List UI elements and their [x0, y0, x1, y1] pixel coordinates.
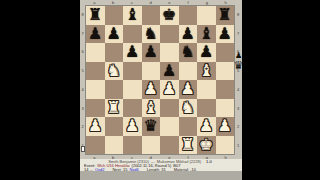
square-f4[interactable]: ♟ — [179, 80, 198, 99]
square-a3[interactable] — [86, 99, 105, 118]
square-a1[interactable] — [86, 136, 105, 155]
piece-white-pawn: ♟ — [162, 81, 176, 97]
square-f5[interactable] — [179, 62, 198, 81]
square-d3[interactable]: ♝ — [142, 99, 161, 118]
captured-queen-icon: ♛ — [234, 60, 244, 71]
square-d5[interactable] — [142, 62, 161, 81]
piece-black-pawn: ♟ — [162, 63, 176, 79]
square-e6[interactable] — [160, 43, 179, 62]
square-a8[interactable]: ♜ — [86, 6, 105, 25]
square-g5[interactable]: ♝ — [197, 62, 216, 81]
square-c5[interactable] — [123, 62, 142, 81]
square-g1[interactable]: ♚ — [197, 136, 216, 155]
square-c2[interactable]: ♟ — [123, 117, 142, 136]
rank-label-2: 2 — [236, 118, 241, 137]
rank-label-8: 8 — [236, 5, 241, 24]
piece-white-rook: ♜ — [181, 137, 195, 153]
piece-black-knight: ♞ — [181, 44, 195, 60]
square-b1[interactable] — [105, 136, 124, 155]
square-h2[interactable]: ♟ — [216, 117, 235, 136]
square-e2[interactable] — [160, 117, 179, 136]
piece-black-queen: ♛ — [144, 118, 158, 134]
square-f2[interactable] — [179, 117, 198, 136]
piece-white-bishop: ♝ — [144, 100, 158, 116]
square-h1[interactable] — [216, 136, 235, 155]
square-b5[interactable]: ♞ — [105, 62, 124, 81]
square-c4[interactable] — [123, 80, 142, 99]
piece-white-king: ♚ — [199, 137, 213, 153]
square-h6[interactable] — [216, 43, 235, 62]
rank-label-7: 7 — [236, 24, 241, 43]
game-info-caption: Smith Benjamin (2310)—Maksimov Mikhail (… — [80, 159, 242, 171]
piece-black-pawn: ♟ — [88, 26, 102, 42]
rank-label-3: 3 — [236, 99, 241, 118]
square-c6[interactable]: ♟ — [123, 43, 142, 62]
square-b2[interactable] — [105, 117, 124, 136]
chess-gui-frame: abcdefgh abcdefgh 87654321 87654321 ♜♝♚♜… — [80, 0, 242, 180]
square-d6[interactable]: ♟ — [142, 43, 161, 62]
square-a7[interactable]: ♟ — [86, 25, 105, 44]
piece-white-pawn: ♟ — [144, 81, 158, 97]
game-result: 1-0 — [206, 159, 212, 164]
piece-white-bishop: ♝ — [199, 63, 213, 79]
square-h4[interactable] — [216, 80, 235, 99]
square-h5[interactable] — [216, 62, 235, 81]
square-f6[interactable]: ♞ — [179, 43, 198, 62]
square-d2[interactable]: ♛ — [142, 117, 161, 136]
square-e7[interactable] — [160, 25, 179, 44]
square-g3[interactable] — [197, 99, 216, 118]
square-b3[interactable]: ♜ — [105, 99, 124, 118]
piece-black-bishop: ♝ — [125, 7, 139, 23]
letterbox-right — [242, 0, 320, 180]
chess-board[interactable]: ♜♝♚♜♟♟♞♟♝♟♟♟♞♟♞♟♝♟♟♟♜♝♞♟♟♛♟♟♜♚ — [85, 5, 235, 155]
square-e8[interactable]: ♚ — [160, 6, 179, 25]
piece-white-rook: ♜ — [107, 100, 121, 116]
square-e4[interactable]: ♟ — [160, 80, 179, 99]
piece-black-pawn: ♟ — [181, 26, 195, 42]
square-g4[interactable] — [197, 80, 216, 99]
piece-black-knight: ♞ — [144, 26, 158, 42]
piece-black-pawn: ♟ — [199, 44, 213, 60]
square-f8[interactable] — [179, 6, 198, 25]
piece-black-pawn: ♟ — [218, 26, 232, 42]
square-e1[interactable] — [160, 136, 179, 155]
square-e5[interactable]: ♟ — [160, 62, 179, 81]
rank-labels-right: 87654321 — [236, 5, 241, 155]
square-c1[interactable] — [123, 136, 142, 155]
piece-white-pawn: ♟ — [88, 118, 102, 134]
piece-black-king: ♚ — [162, 7, 176, 23]
square-e3[interactable] — [160, 99, 179, 118]
square-c3[interactable] — [123, 99, 142, 118]
square-c7[interactable] — [123, 25, 142, 44]
square-h3[interactable] — [216, 99, 235, 118]
square-h7[interactable]: ♟ — [216, 25, 235, 44]
piece-white-pawn: ♟ — [218, 118, 232, 134]
piece-white-knight: ♞ — [181, 100, 195, 116]
piece-white-pawn: ♟ — [125, 118, 139, 134]
captured-material-tray: ♟ ♛ — [235, 52, 242, 71]
bottom-strip — [80, 171, 242, 180]
square-b7[interactable]: ♟ — [105, 25, 124, 44]
square-f1[interactable]: ♜ — [179, 136, 198, 155]
letterbox-left — [0, 0, 80, 180]
square-a2[interactable]: ♟ — [86, 117, 105, 136]
square-b8[interactable] — [105, 6, 124, 25]
rank-label-1: 1 — [236, 136, 241, 155]
piece-black-rook: ♜ — [88, 7, 102, 23]
square-d1[interactable] — [142, 136, 161, 155]
square-d4[interactable]: ♟ — [142, 80, 161, 99]
rank-label-4: 4 — [236, 80, 241, 99]
square-b4[interactable] — [105, 80, 124, 99]
piece-black-pawn: ♟ — [144, 44, 158, 60]
piece-black-pawn: ♟ — [125, 44, 139, 60]
square-f7[interactable]: ♟ — [179, 25, 198, 44]
square-a4[interactable] — [86, 80, 105, 99]
square-c8[interactable]: ♝ — [123, 6, 142, 25]
square-g8[interactable] — [197, 6, 216, 25]
square-b6[interactable] — [105, 43, 124, 62]
square-g6[interactable]: ♟ — [197, 43, 216, 62]
square-g7[interactable]: ♝ — [197, 25, 216, 44]
piece-white-knight: ♞ — [107, 63, 121, 79]
piece-white-pawn: ♟ — [181, 81, 195, 97]
square-d8[interactable] — [142, 6, 161, 25]
piece-black-pawn: ♟ — [107, 26, 121, 42]
square-a5[interactable] — [86, 62, 105, 81]
piece-black-bishop: ♝ — [199, 26, 213, 42]
square-a6[interactable] — [86, 43, 105, 62]
square-f3[interactable]: ♞ — [179, 99, 198, 118]
square-h8[interactable]: ♜ — [216, 6, 235, 25]
piece-black-rook: ♜ — [218, 7, 232, 23]
square-g2[interactable]: ♟ — [197, 117, 216, 136]
piece-white-pawn: ♟ — [199, 118, 213, 134]
square-d7[interactable]: ♞ — [142, 25, 161, 44]
white-to-move-indicator — [81, 146, 85, 152]
